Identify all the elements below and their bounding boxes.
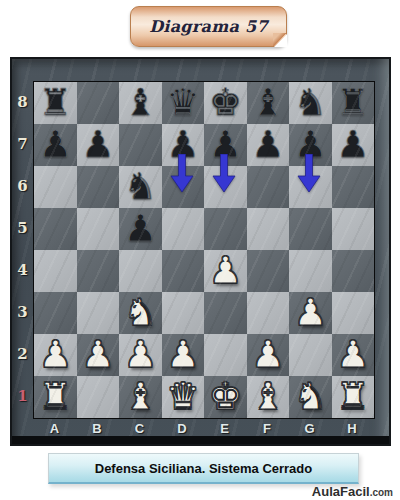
square-c6: ♞ <box>119 166 162 208</box>
square-c3: ♞ <box>119 292 162 334</box>
caption-banner: Defensa Siciliana. Sistema Cerrado <box>48 453 359 484</box>
file-label-h: H <box>331 418 374 439</box>
square-d6 <box>162 166 205 208</box>
rank-label-7: 7 <box>12 123 33 165</box>
square-f1: ♝ <box>247 376 290 418</box>
square-h3 <box>332 292 375 334</box>
piece-black-bishop-c8: ♝ <box>124 84 157 121</box>
square-c5: ♟ <box>119 208 162 250</box>
piece-white-pawn-h2: ♟ <box>336 336 369 373</box>
rank-label-1: 1 <box>12 375 33 417</box>
opening-name: Defensa Siciliana. Sistema Cerrado <box>95 461 312 476</box>
chess-board: ♜♝♛♚♝♞♜♟♟♟♟♟♟♟♞♟♟♞♟♟♟♟♟♟♟♜♝♛♚♝♞♜ <box>33 81 375 419</box>
rank-label-2: 2 <box>12 333 33 375</box>
square-a3 <box>34 292 77 334</box>
rank-label-4: 4 <box>12 249 33 291</box>
square-e8: ♚ <box>204 82 247 124</box>
piece-black-rook-h8: ♜ <box>336 84 369 121</box>
piece-white-king-e1: ♚ <box>209 378 242 415</box>
piece-white-knight-g1: ♞ <box>294 378 327 415</box>
square-g1: ♞ <box>289 376 332 418</box>
piece-black-queen-d8: ♛ <box>166 84 199 121</box>
rank-label-8: 8 <box>12 81 33 123</box>
square-e2 <box>204 334 247 376</box>
piece-white-bishop-f1: ♝ <box>251 378 284 415</box>
piece-black-rook-a8: ♜ <box>39 84 72 121</box>
square-f5 <box>247 208 290 250</box>
chess-board-frame: ♜♝♛♚♝♞♜♟♟♟♟♟♟♟♞♟♟♞♟♟♟♟♟♟♟♜♝♛♚♝♞♜ 8765432… <box>10 57 391 446</box>
square-f8: ♝ <box>247 82 290 124</box>
piece-white-bishop-c1: ♝ <box>124 378 157 415</box>
square-f4 <box>247 250 290 292</box>
square-c7 <box>119 124 162 166</box>
square-c2: ♟ <box>119 334 162 376</box>
square-f3 <box>247 292 290 334</box>
square-c4 <box>119 250 162 292</box>
piece-black-pawn-e7: ♟ <box>209 126 242 163</box>
square-g7: ♟ <box>289 124 332 166</box>
square-f7: ♟ <box>247 124 290 166</box>
square-h1: ♜ <box>332 376 375 418</box>
square-e3 <box>204 292 247 334</box>
square-h4 <box>332 250 375 292</box>
square-c8: ♝ <box>119 82 162 124</box>
square-b1 <box>77 376 120 418</box>
file-label-e: E <box>203 418 246 439</box>
square-d7: ♟ <box>162 124 205 166</box>
piece-white-pawn-g3: ♟ <box>294 294 327 331</box>
piece-white-rook-a1: ♜ <box>39 378 72 415</box>
square-h6 <box>332 166 375 208</box>
rank-label-3: 3 <box>12 291 33 333</box>
brand-suffix[interactable]: .com <box>370 487 393 498</box>
square-a1: ♜ <box>34 376 77 418</box>
square-h8: ♜ <box>332 82 375 124</box>
square-h2: ♟ <box>332 334 375 376</box>
square-a5 <box>34 208 77 250</box>
piece-white-queen-d1: ♛ <box>166 378 199 415</box>
square-d5 <box>162 208 205 250</box>
square-b8 <box>77 82 120 124</box>
piece-black-pawn-b7: ♟ <box>81 126 114 163</box>
file-label-d: D <box>161 418 204 439</box>
square-d4 <box>162 250 205 292</box>
square-e4: ♟ <box>204 250 247 292</box>
square-d2: ♟ <box>162 334 205 376</box>
square-g2 <box>289 334 332 376</box>
diagram-title: Diagrama 57 <box>149 17 268 36</box>
file-label-c: C <box>118 418 161 439</box>
piece-black-pawn-c5: ♟ <box>124 210 157 247</box>
rank-label-5: 5 <box>12 207 33 249</box>
square-b5 <box>77 208 120 250</box>
square-b6 <box>77 166 120 208</box>
square-e1: ♚ <box>204 376 247 418</box>
square-b2: ♟ <box>77 334 120 376</box>
square-h7: ♟ <box>332 124 375 166</box>
piece-black-bishop-f8: ♝ <box>251 84 284 121</box>
brand-footer[interactable]: AulaFacil.com <box>312 482 393 500</box>
rank-label-6: 6 <box>12 165 33 207</box>
piece-white-rook-h1: ♜ <box>336 378 369 415</box>
file-label-f: F <box>246 418 289 439</box>
square-f6 <box>247 166 290 208</box>
square-b7: ♟ <box>77 124 120 166</box>
piece-black-pawn-d7: ♟ <box>166 126 199 163</box>
piece-white-pawn-d2: ♟ <box>166 336 199 373</box>
square-b3 <box>77 292 120 334</box>
file-label-a: A <box>33 418 76 439</box>
square-g4 <box>289 250 332 292</box>
piece-white-pawn-e4: ♟ <box>209 252 242 289</box>
square-g8: ♞ <box>289 82 332 124</box>
piece-black-knight-c6: ♞ <box>124 168 157 205</box>
square-a7: ♟ <box>34 124 77 166</box>
square-h5 <box>332 208 375 250</box>
title-ribbon: Diagrama 57 <box>130 6 287 47</box>
piece-white-pawn-f2: ♟ <box>251 336 284 373</box>
square-e6 <box>204 166 247 208</box>
square-a8: ♜ <box>34 82 77 124</box>
square-f2: ♟ <box>247 334 290 376</box>
piece-white-pawn-a2: ♟ <box>39 336 72 373</box>
piece-black-pawn-f7: ♟ <box>251 126 284 163</box>
square-e5 <box>204 208 247 250</box>
piece-black-pawn-a7: ♟ <box>39 126 72 163</box>
square-g3: ♟ <box>289 292 332 334</box>
square-g5 <box>289 208 332 250</box>
square-e7: ♟ <box>204 124 247 166</box>
piece-white-pawn-b2: ♟ <box>81 336 114 373</box>
square-g6 <box>289 166 332 208</box>
square-d8: ♛ <box>162 82 205 124</box>
piece-black-king-e8: ♚ <box>209 84 242 121</box>
square-d3 <box>162 292 205 334</box>
file-label-b: B <box>76 418 119 439</box>
square-a2: ♟ <box>34 334 77 376</box>
piece-white-pawn-c2: ♟ <box>124 336 157 373</box>
file-label-g: G <box>288 418 331 439</box>
square-a4 <box>34 250 77 292</box>
brand-name[interactable]: AulaFacil <box>312 484 370 499</box>
square-c1: ♝ <box>119 376 162 418</box>
piece-white-knight-c3: ♞ <box>124 294 157 331</box>
square-a6 <box>34 166 77 208</box>
piece-black-pawn-h7: ♟ <box>336 126 369 163</box>
square-d1: ♛ <box>162 376 205 418</box>
piece-black-pawn-g7: ♟ <box>294 126 327 163</box>
piece-black-knight-g8: ♞ <box>294 84 327 121</box>
square-b4 <box>77 250 120 292</box>
diagram-page: Diagrama 57 ♜♝♛♚♝♞♜♟♟♟♟♟♟♟♞♟♟♞♟♟♟♟♟♟♟♜♝♛… <box>0 0 400 500</box>
